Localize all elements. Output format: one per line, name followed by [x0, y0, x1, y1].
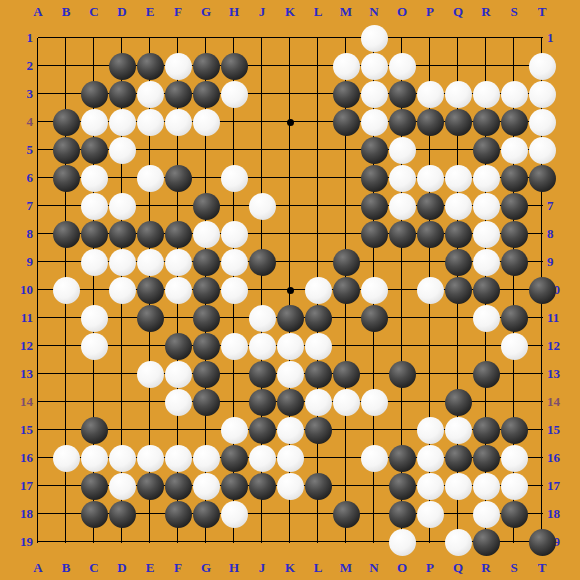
intersection-D8	[108, 220, 136, 248]
stone-white	[165, 109, 192, 136]
stone-white	[249, 445, 276, 472]
intersection-P17	[416, 472, 444, 500]
intersection-N7	[360, 192, 388, 220]
stone-black	[417, 109, 444, 136]
col-label: B	[52, 560, 80, 576]
intersection-H12	[220, 332, 248, 360]
intersection-F14	[164, 388, 192, 416]
intersection-O19	[388, 528, 416, 556]
stone-black	[249, 417, 276, 444]
stone-black	[109, 53, 136, 80]
intersection-G17	[192, 472, 220, 500]
intersection-M10	[332, 276, 360, 304]
intersection-E3	[136, 80, 164, 108]
stone-white	[473, 165, 500, 192]
stone-white	[277, 361, 304, 388]
intersection-K15	[276, 416, 304, 444]
stone-black	[137, 473, 164, 500]
intersection-R10	[472, 276, 500, 304]
stone-white	[529, 137, 556, 164]
stone-white	[81, 249, 108, 276]
stone-black	[193, 193, 220, 220]
intersection-D3	[108, 80, 136, 108]
intersection-F12	[164, 332, 192, 360]
col-label: D	[108, 560, 136, 576]
intersection-N14	[360, 388, 388, 416]
stone-white	[221, 221, 248, 248]
intersection-P6	[416, 164, 444, 192]
col-label: Q	[444, 560, 472, 576]
stone-white	[221, 249, 248, 276]
stone-white	[221, 165, 248, 192]
stone-black	[137, 277, 164, 304]
stone-black	[361, 165, 388, 192]
intersection-P8	[416, 220, 444, 248]
intersection-Q6	[444, 164, 472, 192]
intersection-H3	[220, 80, 248, 108]
stone-black	[81, 501, 108, 528]
intersection-B8	[52, 220, 80, 248]
intersection-G7	[192, 192, 220, 220]
stone-black	[277, 389, 304, 416]
intersection-C7	[80, 192, 108, 220]
stone-black	[305, 473, 332, 500]
intersection-S11	[500, 304, 528, 332]
col-label: E	[136, 560, 164, 576]
intersection-D18	[108, 500, 136, 528]
stone-black	[389, 221, 416, 248]
intersection-H15	[220, 416, 248, 444]
intersection-C5	[80, 136, 108, 164]
stone-black	[473, 417, 500, 444]
stone-white	[137, 445, 164, 472]
stone-white	[417, 417, 444, 444]
intersection-J14	[248, 388, 276, 416]
intersection-Q8	[444, 220, 472, 248]
intersection-J15	[248, 416, 276, 444]
intersection-H6	[220, 164, 248, 192]
stone-black	[501, 193, 528, 220]
intersection-E6	[136, 164, 164, 192]
intersection-L17	[304, 472, 332, 500]
stone-white	[165, 277, 192, 304]
intersection-M9	[332, 248, 360, 276]
col-label: A	[24, 560, 52, 576]
stone-black	[501, 109, 528, 136]
stone-white	[81, 193, 108, 220]
intersection-G4	[192, 108, 220, 136]
stone-white	[417, 277, 444, 304]
stone-black	[333, 277, 360, 304]
stone-black	[53, 221, 80, 248]
stone-white	[221, 417, 248, 444]
intersection-T10	[528, 276, 556, 304]
stone-black	[445, 389, 472, 416]
stone-white	[305, 333, 332, 360]
intersection-G16	[192, 444, 220, 472]
intersection-O3	[388, 80, 416, 108]
stone-white	[445, 529, 472, 556]
intersection-H18	[220, 500, 248, 528]
intersection-C8	[80, 220, 108, 248]
intersection-E4	[136, 108, 164, 136]
stone-black	[193, 81, 220, 108]
intersection-M3	[332, 80, 360, 108]
intersection-M14	[332, 388, 360, 416]
stone-white	[221, 501, 248, 528]
stone-white	[361, 277, 388, 304]
stone-white	[389, 529, 416, 556]
stone-white	[221, 277, 248, 304]
stone-white	[529, 81, 556, 108]
intersection-B16	[52, 444, 80, 472]
stone-black	[473, 137, 500, 164]
stone-white	[445, 81, 472, 108]
intersection-P15	[416, 416, 444, 444]
intersection-R19	[472, 528, 500, 556]
intersection-R4	[472, 108, 500, 136]
intersection-D2	[108, 52, 136, 80]
intersection-Q17	[444, 472, 472, 500]
intersection-S18	[500, 500, 528, 528]
intersection-S7	[500, 192, 528, 220]
intersection-R15	[472, 416, 500, 444]
intersection-S3	[500, 80, 528, 108]
intersection-C15	[80, 416, 108, 444]
intersection-D5	[108, 136, 136, 164]
stone-black	[529, 529, 556, 556]
intersection-B10	[52, 276, 80, 304]
stone-white	[361, 81, 388, 108]
stone-black	[389, 81, 416, 108]
stone-white	[109, 277, 136, 304]
col-label: K	[276, 560, 304, 576]
stone-black	[529, 277, 556, 304]
intersection-P7	[416, 192, 444, 220]
intersection-H8	[220, 220, 248, 248]
col-label: O	[388, 560, 416, 576]
stone-white	[109, 473, 136, 500]
intersection-R11	[472, 304, 500, 332]
intersection-F6	[164, 164, 192, 192]
intersection-N6	[360, 164, 388, 192]
intersection-F3	[164, 80, 192, 108]
stone-white	[417, 165, 444, 192]
stone-black	[221, 445, 248, 472]
stone-white	[305, 389, 332, 416]
intersection-G14	[192, 388, 220, 416]
col-label: P	[416, 4, 444, 20]
stone-black	[165, 165, 192, 192]
col-label: C	[80, 560, 108, 576]
intersection-J13	[248, 360, 276, 388]
intersection-K12	[276, 332, 304, 360]
stone-white	[165, 389, 192, 416]
stone-black	[473, 529, 500, 556]
stone-black	[361, 137, 388, 164]
intersection-G9	[192, 248, 220, 276]
col-label: K	[276, 4, 304, 20]
intersection-D4	[108, 108, 136, 136]
intersection-N16	[360, 444, 388, 472]
stone-white	[109, 109, 136, 136]
intersection-O8	[388, 220, 416, 248]
stone-black	[277, 305, 304, 332]
stone-white	[137, 81, 164, 108]
stone-black	[53, 109, 80, 136]
intersection-D9	[108, 248, 136, 276]
stone-white	[417, 445, 444, 472]
col-label: H	[220, 4, 248, 20]
intersection-J11	[248, 304, 276, 332]
intersection-O17	[388, 472, 416, 500]
col-label: Q	[444, 4, 472, 20]
intersection-C3	[80, 80, 108, 108]
stone-white	[389, 137, 416, 164]
stone-black	[137, 53, 164, 80]
stone-black	[389, 501, 416, 528]
stone-black	[81, 137, 108, 164]
stone-white	[361, 389, 388, 416]
stone-white	[473, 193, 500, 220]
intersection-J16	[248, 444, 276, 472]
intersection-C12	[80, 332, 108, 360]
stone-white	[193, 445, 220, 472]
stone-black	[193, 389, 220, 416]
stone-white	[473, 221, 500, 248]
intersection-R13	[472, 360, 500, 388]
intersection-T4	[528, 108, 556, 136]
stone-white	[417, 81, 444, 108]
intersection-N4	[360, 108, 388, 136]
intersection-K17	[276, 472, 304, 500]
intersection-T19	[528, 528, 556, 556]
intersection-G11	[192, 304, 220, 332]
col-label: P	[416, 560, 444, 576]
stone-white	[81, 305, 108, 332]
intersection-F8	[164, 220, 192, 248]
col-label: J	[248, 560, 276, 576]
stone-white	[445, 165, 472, 192]
col-label: M	[332, 4, 360, 20]
intersection-N8	[360, 220, 388, 248]
stone-white	[305, 277, 332, 304]
stone-black	[81, 81, 108, 108]
stone-white	[277, 333, 304, 360]
intersection-P4	[416, 108, 444, 136]
stone-white	[249, 193, 276, 220]
intersection-O4	[388, 108, 416, 136]
stone-white	[165, 249, 192, 276]
intersection-C4	[80, 108, 108, 136]
stone-white	[137, 361, 164, 388]
intersection-C9	[80, 248, 108, 276]
intersection-G18	[192, 500, 220, 528]
intersection-S9	[500, 248, 528, 276]
stone-white	[473, 305, 500, 332]
intersection-G10	[192, 276, 220, 304]
intersection-E9	[136, 248, 164, 276]
intersection-Q19	[444, 528, 472, 556]
stone-black	[193, 249, 220, 276]
stone-black	[333, 501, 360, 528]
intersection-L11	[304, 304, 332, 332]
stone-black	[109, 221, 136, 248]
intersection-C16	[80, 444, 108, 472]
stone-black	[165, 501, 192, 528]
stone-white	[473, 81, 500, 108]
stone-black	[445, 109, 472, 136]
stone-white	[445, 417, 472, 444]
stone-black	[417, 221, 444, 248]
intersection-M4	[332, 108, 360, 136]
intersection-G2	[192, 52, 220, 80]
intersection-T5	[528, 136, 556, 164]
intersection-P16	[416, 444, 444, 472]
goban[interactable]: ABCDEFGHJKLMNOPQRST ABCDEFGHJKLMNOPQRST …	[0, 0, 580, 580]
stone-white	[137, 109, 164, 136]
stone-black	[333, 249, 360, 276]
stone-black	[389, 361, 416, 388]
stone-black	[389, 473, 416, 500]
stone-black	[389, 445, 416, 472]
stone-white	[389, 165, 416, 192]
intersection-J7	[248, 192, 276, 220]
stone-white	[249, 333, 276, 360]
intersection-H10	[220, 276, 248, 304]
stone-white	[473, 249, 500, 276]
intersection-J12	[248, 332, 276, 360]
intersection-Q9	[444, 248, 472, 276]
stone-black	[249, 389, 276, 416]
intersection-M18	[332, 500, 360, 528]
intersection-P10	[416, 276, 444, 304]
stone-white	[109, 445, 136, 472]
intersection-R8	[472, 220, 500, 248]
intersection-B4	[52, 108, 80, 136]
intersection-C6	[80, 164, 108, 192]
col-label: R	[472, 4, 500, 20]
intersection-Q14	[444, 388, 472, 416]
intersection-B6	[52, 164, 80, 192]
stone-black	[333, 109, 360, 136]
intersection-R18	[472, 500, 500, 528]
intersection-J9	[248, 248, 276, 276]
stone-white	[81, 109, 108, 136]
board-grid	[24, 24, 556, 556]
stone-black	[249, 249, 276, 276]
stone-black	[417, 193, 444, 220]
intersection-R7	[472, 192, 500, 220]
intersection-E10	[136, 276, 164, 304]
intersection-S12	[500, 332, 528, 360]
intersection-Q15	[444, 416, 472, 444]
stone-white	[361, 53, 388, 80]
stone-black	[501, 501, 528, 528]
stone-black	[81, 473, 108, 500]
intersection-T6	[528, 164, 556, 192]
stone-black	[165, 221, 192, 248]
stone-white	[81, 165, 108, 192]
intersection-P18	[416, 500, 444, 528]
intersection-G12	[192, 332, 220, 360]
stone-white	[165, 53, 192, 80]
intersection-Q7	[444, 192, 472, 220]
intersection-S8	[500, 220, 528, 248]
stone-black	[445, 445, 472, 472]
intersection-N2	[360, 52, 388, 80]
intersection-P3	[416, 80, 444, 108]
intersection-D7	[108, 192, 136, 220]
stone-white	[137, 165, 164, 192]
intersection-H17	[220, 472, 248, 500]
stone-white	[53, 277, 80, 304]
intersection-L10	[304, 276, 332, 304]
intersection-R5	[472, 136, 500, 164]
intersection-R6	[472, 164, 500, 192]
stone-black	[165, 81, 192, 108]
stone-black	[193, 361, 220, 388]
intersection-R17	[472, 472, 500, 500]
stone-black	[193, 333, 220, 360]
intersection-N1	[360, 24, 388, 52]
col-label: E	[136, 4, 164, 20]
stone-black	[501, 305, 528, 332]
stone-white	[529, 53, 556, 80]
intersection-R9	[472, 248, 500, 276]
stone-black	[501, 221, 528, 248]
stone-white	[137, 249, 164, 276]
intersection-E8	[136, 220, 164, 248]
stone-white	[221, 333, 248, 360]
stones-layer	[24, 24, 556, 556]
col-label: G	[192, 4, 220, 20]
stone-white	[501, 333, 528, 360]
stone-black	[445, 249, 472, 276]
stone-black	[473, 445, 500, 472]
intersection-K13	[276, 360, 304, 388]
stone-black	[361, 305, 388, 332]
stone-white	[81, 445, 108, 472]
col-label: J	[248, 4, 276, 20]
intersection-Q3	[444, 80, 472, 108]
col-label: T	[528, 560, 556, 576]
intersection-N5	[360, 136, 388, 164]
stone-black	[53, 137, 80, 164]
stone-black	[473, 109, 500, 136]
intersection-N3	[360, 80, 388, 108]
stone-white	[53, 445, 80, 472]
intersection-O18	[388, 500, 416, 528]
intersection-O5	[388, 136, 416, 164]
intersection-G13	[192, 360, 220, 388]
stone-black	[305, 361, 332, 388]
intersection-T3	[528, 80, 556, 108]
stone-black	[137, 305, 164, 332]
stone-black	[53, 165, 80, 192]
intersection-F18	[164, 500, 192, 528]
intersection-O7	[388, 192, 416, 220]
stone-white	[501, 473, 528, 500]
intersection-M2	[332, 52, 360, 80]
col-label: D	[108, 4, 136, 20]
stone-black	[333, 361, 360, 388]
stone-white	[501, 81, 528, 108]
stone-white	[81, 333, 108, 360]
stone-black	[361, 221, 388, 248]
intersection-F10	[164, 276, 192, 304]
intersection-F2	[164, 52, 192, 80]
